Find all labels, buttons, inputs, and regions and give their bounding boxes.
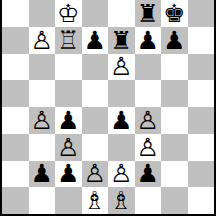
square-f1[interactable]: [135, 187, 162, 214]
square-e7[interactable]: ♜: [108, 27, 135, 54]
square-a3[interactable]: [2, 134, 29, 161]
square-a2[interactable]: [2, 161, 29, 188]
black-pawn-icon: ♟: [57, 108, 79, 133]
square-d3[interactable]: [82, 134, 109, 161]
square-c5[interactable]: [55, 80, 82, 107]
white-king-icon: ♔: [57, 1, 79, 26]
square-d5[interactable]: [82, 80, 109, 107]
black-pawn-icon: ♟: [137, 161, 159, 186]
square-f6[interactable]: [135, 54, 162, 81]
square-c6[interactable]: [55, 54, 82, 81]
square-d6[interactable]: [82, 54, 109, 81]
square-a7[interactable]: [2, 27, 29, 54]
square-g2[interactable]: [161, 161, 188, 188]
square-f3[interactable]: ♙: [135, 134, 162, 161]
square-b7[interactable]: ♙: [29, 27, 56, 54]
square-b6[interactable]: [29, 54, 56, 81]
square-d8[interactable]: [82, 0, 109, 27]
square-h7[interactable]: [188, 27, 215, 54]
square-a1[interactable]: [2, 187, 29, 214]
square-h6[interactable]: [188, 54, 215, 81]
black-pawn-icon: ♟: [137, 28, 159, 53]
square-b4[interactable]: ♙: [29, 107, 56, 134]
chess-board: ♔♜♚♙♖♟♜♟♟♙♙♟♟♙♙♙♟♟♙♙♟♗♗: [0, 0, 216, 216]
square-g4[interactable]: [161, 107, 188, 134]
square-f5[interactable]: [135, 80, 162, 107]
square-f8[interactable]: ♜: [135, 0, 162, 27]
square-c1[interactable]: [55, 187, 82, 214]
square-b2[interactable]: ♟: [29, 161, 56, 188]
white-pawn-icon: ♙: [57, 135, 79, 160]
square-e4[interactable]: ♟: [108, 107, 135, 134]
black-pawn-icon: ♟: [110, 108, 132, 133]
white-bishop-icon: ♗: [84, 188, 106, 213]
square-h3[interactable]: [188, 134, 215, 161]
white-pawn-icon: ♙: [110, 54, 132, 79]
black-pawn-icon: ♟: [57, 161, 79, 186]
square-c2[interactable]: ♟: [55, 161, 82, 188]
square-c4[interactable]: ♟: [55, 107, 82, 134]
square-h2[interactable]: [188, 161, 215, 188]
black-rook-icon: ♜: [137, 1, 159, 26]
white-rook-icon: ♖: [57, 28, 79, 53]
black-rook-icon: ♜: [110, 28, 132, 53]
square-h8[interactable]: [188, 0, 215, 27]
black-pawn-icon: ♟: [163, 28, 185, 53]
white-pawn-icon: ♙: [31, 28, 53, 53]
black-king-icon: ♚: [163, 1, 185, 26]
square-c3[interactable]: ♙: [55, 134, 82, 161]
white-pawn-icon: ♙: [84, 161, 106, 186]
square-f2[interactable]: ♟: [135, 161, 162, 188]
square-b5[interactable]: [29, 80, 56, 107]
square-b3[interactable]: [29, 134, 56, 161]
square-e6[interactable]: ♙: [108, 54, 135, 81]
square-f4[interactable]: ♙: [135, 107, 162, 134]
white-pawn-icon: ♙: [110, 161, 132, 186]
square-g5[interactable]: [161, 80, 188, 107]
square-a6[interactable]: [2, 54, 29, 81]
square-f7[interactable]: ♟: [135, 27, 162, 54]
white-pawn-icon: ♙: [137, 108, 159, 133]
square-h1[interactable]: [188, 187, 215, 214]
square-b1[interactable]: [29, 187, 56, 214]
square-b8[interactable]: [29, 0, 56, 27]
square-h5[interactable]: [188, 80, 215, 107]
square-d4[interactable]: [82, 107, 109, 134]
square-g6[interactable]: [161, 54, 188, 81]
square-g8[interactable]: ♚: [161, 0, 188, 27]
square-a4[interactable]: [2, 107, 29, 134]
square-d7[interactable]: ♟: [82, 27, 109, 54]
square-d1[interactable]: ♗: [82, 187, 109, 214]
black-pawn-icon: ♟: [84, 28, 106, 53]
square-e1[interactable]: ♗: [108, 187, 135, 214]
square-g3[interactable]: [161, 134, 188, 161]
white-pawn-icon: ♙: [137, 135, 159, 160]
square-g7[interactable]: ♟: [161, 27, 188, 54]
square-a5[interactable]: [2, 80, 29, 107]
square-e2[interactable]: ♙: [108, 161, 135, 188]
black-pawn-icon: ♟: [31, 161, 53, 186]
square-h4[interactable]: [188, 107, 215, 134]
square-a8[interactable]: [2, 0, 29, 27]
square-e8[interactable]: [108, 0, 135, 27]
square-e5[interactable]: [108, 80, 135, 107]
square-c7[interactable]: ♖: [55, 27, 82, 54]
square-g1[interactable]: [161, 187, 188, 214]
square-e3[interactable]: [108, 134, 135, 161]
white-pawn-icon: ♙: [31, 108, 53, 133]
white-bishop-icon: ♗: [110, 188, 132, 213]
square-d2[interactable]: ♙: [82, 161, 109, 188]
square-c8[interactable]: ♔: [55, 0, 82, 27]
